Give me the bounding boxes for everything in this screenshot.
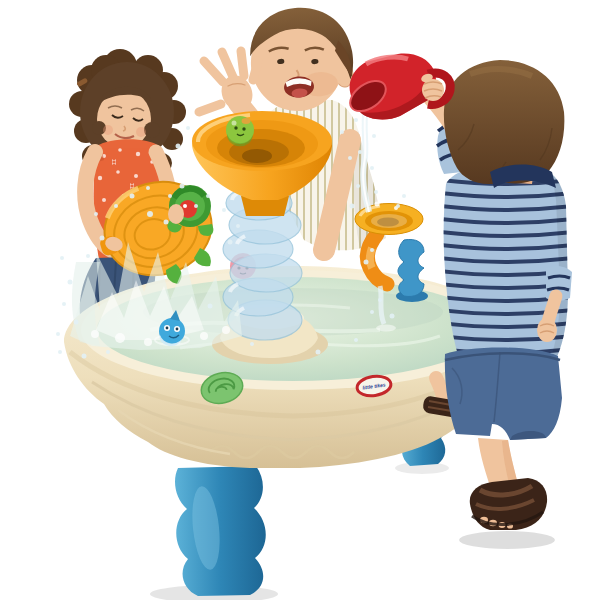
funnel-bracket (398, 240, 424, 297)
green-ball (226, 116, 254, 146)
table-leg-front (175, 466, 266, 596)
front-sandal (470, 478, 547, 530)
girl-hand-right (168, 204, 184, 224)
product-photo: little tikes (0, 0, 600, 600)
middle-boy-head (246, 3, 357, 115)
right-boy-hand-hip (537, 318, 557, 342)
